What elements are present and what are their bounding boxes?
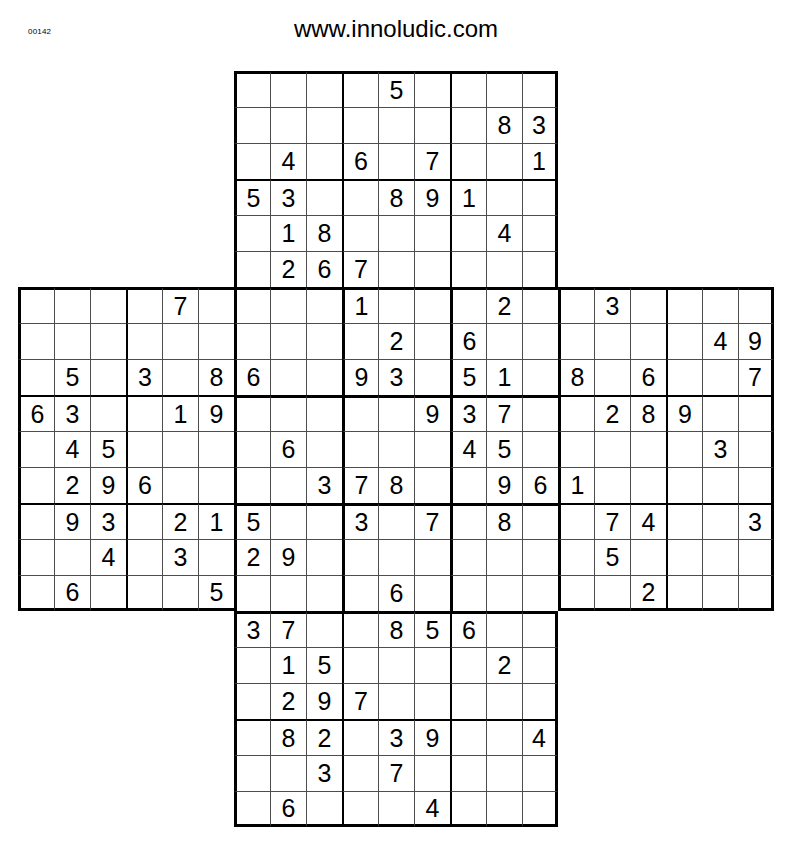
cell-r12-c12 — [450, 503, 486, 539]
outside-area — [54, 71, 90, 107]
cell-r12-c0 — [18, 503, 54, 539]
cell-r6-c16: 3 — [594, 287, 630, 323]
outside-area — [558, 611, 594, 647]
outside-area — [630, 143, 666, 179]
outside-area — [666, 683, 702, 719]
outside-area — [702, 71, 738, 107]
outside-area — [126, 179, 162, 215]
cell-r7-c13 — [486, 323, 522, 359]
cell-r13-c3 — [126, 539, 162, 575]
cell-r14-c20 — [738, 575, 774, 611]
cell-r4-c9 — [342, 215, 378, 251]
cell-r5-c12 — [450, 251, 486, 287]
cell-r9-c2 — [90, 395, 126, 431]
cell-r13-c10 — [378, 539, 414, 575]
cell-r17-c6 — [234, 683, 270, 719]
outside-area — [162, 719, 198, 755]
cell-r13-c7: 9 — [270, 539, 306, 575]
cell-r14-c8 — [306, 575, 342, 611]
outside-area — [126, 71, 162, 107]
outside-area — [558, 179, 594, 215]
outside-area — [630, 179, 666, 215]
cell-r8-c1: 5 — [54, 359, 90, 395]
outside-area — [90, 647, 126, 683]
cell-r12-c14 — [522, 503, 558, 539]
outside-area — [558, 143, 594, 179]
cell-r0-c14 — [522, 71, 558, 107]
cell-r20-c7: 6 — [270, 791, 306, 827]
cell-r16-c6 — [234, 647, 270, 683]
cell-r12-c5: 1 — [198, 503, 234, 539]
cell-r5-c10 — [378, 251, 414, 287]
cell-r6-c11 — [414, 287, 450, 323]
sudoku-board: 5834671538911842677123264953869351867631… — [18, 71, 774, 827]
cell-r2-c10 — [378, 143, 414, 179]
cell-r18-c9 — [342, 719, 378, 755]
outside-area — [702, 611, 738, 647]
cell-r8-c7 — [270, 359, 306, 395]
outside-area — [738, 683, 774, 719]
cell-r5-c6 — [234, 251, 270, 287]
outside-area — [702, 791, 738, 827]
outside-area — [198, 179, 234, 215]
cell-r19-c10: 7 — [378, 755, 414, 791]
cell-r10-c13: 5 — [486, 431, 522, 467]
cell-r20-c13 — [486, 791, 522, 827]
cell-r11-c12 — [450, 467, 486, 503]
cell-r10-c0 — [18, 431, 54, 467]
cell-r14-c19 — [702, 575, 738, 611]
cell-r7-c16 — [594, 323, 630, 359]
outside-area — [198, 71, 234, 107]
cell-r1-c7 — [270, 107, 306, 143]
cell-r12-c4: 2 — [162, 503, 198, 539]
cell-r20-c11: 4 — [414, 791, 450, 827]
cell-r14-c11 — [414, 575, 450, 611]
cell-r11-c4 — [162, 467, 198, 503]
cell-r14-c3 — [126, 575, 162, 611]
outside-area — [630, 683, 666, 719]
outside-area — [126, 611, 162, 647]
cell-r7-c2 — [90, 323, 126, 359]
cell-r16-c8: 5 — [306, 647, 342, 683]
cell-r8-c6: 6 — [234, 359, 270, 395]
cell-r4-c14 — [522, 215, 558, 251]
outside-area — [702, 179, 738, 215]
cell-r1-c11 — [414, 107, 450, 143]
cell-r7-c15 — [558, 323, 594, 359]
outside-area — [54, 107, 90, 143]
cell-r13-c15 — [558, 539, 594, 575]
cell-r11-c2: 9 — [90, 467, 126, 503]
cell-r6-c15 — [558, 287, 594, 323]
cell-r9-c7 — [270, 395, 306, 431]
outside-area — [666, 143, 702, 179]
cell-r13-c13 — [486, 539, 522, 575]
outside-area — [702, 719, 738, 755]
cell-r12-c16: 7 — [594, 503, 630, 539]
cell-r6-c4: 7 — [162, 287, 198, 323]
cell-r13-c6: 2 — [234, 539, 270, 575]
outside-area — [18, 791, 54, 827]
cell-r14-c1: 6 — [54, 575, 90, 611]
outside-area — [738, 755, 774, 791]
outside-area — [162, 611, 198, 647]
cell-r7-c11 — [414, 323, 450, 359]
cell-r5-c11 — [414, 251, 450, 287]
cell-r16-c9 — [342, 647, 378, 683]
cell-r17-c9: 7 — [342, 683, 378, 719]
cell-r8-c9: 9 — [342, 359, 378, 395]
cell-r4-c7: 1 — [270, 215, 306, 251]
cell-r13-c8 — [306, 539, 342, 575]
outside-area — [702, 251, 738, 287]
cell-r20-c14 — [522, 791, 558, 827]
cell-r10-c10 — [378, 431, 414, 467]
cell-r9-c10 — [378, 395, 414, 431]
outside-area — [162, 179, 198, 215]
cell-r0-c12 — [450, 71, 486, 107]
outside-area — [738, 179, 774, 215]
cell-r1-c10 — [378, 107, 414, 143]
cell-r15-c10: 8 — [378, 611, 414, 647]
cell-r6-c6 — [234, 287, 270, 323]
cell-r12-c9: 3 — [342, 503, 378, 539]
outside-area — [18, 71, 54, 107]
cell-r11-c18 — [666, 467, 702, 503]
cell-r17-c10 — [378, 683, 414, 719]
cell-r1-c9 — [342, 107, 378, 143]
cell-r6-c19 — [702, 287, 738, 323]
cell-r18-c6 — [234, 719, 270, 755]
cell-r8-c5: 8 — [198, 359, 234, 395]
cell-r13-c14 — [522, 539, 558, 575]
outside-area — [198, 791, 234, 827]
cell-r10-c4 — [162, 431, 198, 467]
outside-area — [558, 215, 594, 251]
cell-r11-c15: 1 — [558, 467, 594, 503]
cell-r12-c15 — [558, 503, 594, 539]
cell-r14-c6 — [234, 575, 270, 611]
outside-area — [54, 791, 90, 827]
cell-r13-c2: 4 — [90, 539, 126, 575]
cell-r8-c20: 7 — [738, 359, 774, 395]
outside-area — [162, 143, 198, 179]
cell-r8-c13: 1 — [486, 359, 522, 395]
cell-r9-c3 — [126, 395, 162, 431]
outside-area — [738, 791, 774, 827]
cell-r10-c9 — [342, 431, 378, 467]
cell-r8-c11 — [414, 359, 450, 395]
outside-area — [198, 647, 234, 683]
outside-area — [666, 251, 702, 287]
outside-area — [630, 71, 666, 107]
outside-area — [594, 251, 630, 287]
cell-r8-c0 — [18, 359, 54, 395]
cell-r10-c5 — [198, 431, 234, 467]
outside-area — [54, 611, 90, 647]
outside-area — [630, 719, 666, 755]
cell-r2-c14: 1 — [522, 143, 558, 179]
outside-area — [90, 143, 126, 179]
cell-r11-c1: 2 — [54, 467, 90, 503]
cell-r17-c7: 2 — [270, 683, 306, 719]
outside-area — [738, 143, 774, 179]
cell-r13-c9 — [342, 539, 378, 575]
outside-area — [162, 755, 198, 791]
cell-r6-c10 — [378, 287, 414, 323]
cell-r15-c13 — [486, 611, 522, 647]
cell-r8-c8 — [306, 359, 342, 395]
cell-r16-c12 — [450, 647, 486, 683]
cell-r17-c11 — [414, 683, 450, 719]
outside-area — [18, 215, 54, 251]
cell-r14-c5: 5 — [198, 575, 234, 611]
cell-r14-c18 — [666, 575, 702, 611]
cell-r3-c10: 8 — [378, 179, 414, 215]
cell-r2-c9: 6 — [342, 143, 378, 179]
cell-r13-c18 — [666, 539, 702, 575]
cell-r10-c11 — [414, 431, 450, 467]
cell-r19-c6 — [234, 755, 270, 791]
outside-area — [702, 683, 738, 719]
outside-area — [162, 791, 198, 827]
outside-area — [558, 791, 594, 827]
outside-area — [702, 143, 738, 179]
cell-r16-c11 — [414, 647, 450, 683]
outside-area — [90, 755, 126, 791]
cell-r19-c14 — [522, 755, 558, 791]
cell-r9-c5: 9 — [198, 395, 234, 431]
cell-r19-c9 — [342, 755, 378, 791]
cell-r8-c16 — [594, 359, 630, 395]
outside-area — [18, 251, 54, 287]
cell-r12-c20: 3 — [738, 503, 774, 539]
cell-r10-c19: 3 — [702, 431, 738, 467]
cell-r11-c5 — [198, 467, 234, 503]
cell-r7-c12: 6 — [450, 323, 486, 359]
outside-area — [18, 611, 54, 647]
cell-r14-c14 — [522, 575, 558, 611]
cell-r15-c7: 7 — [270, 611, 306, 647]
cell-r3-c7: 3 — [270, 179, 306, 215]
outside-area — [702, 215, 738, 251]
cell-r20-c8 — [306, 791, 342, 827]
outside-area — [738, 647, 774, 683]
outside-area — [594, 647, 630, 683]
cell-r0-c7 — [270, 71, 306, 107]
cell-r5-c13 — [486, 251, 522, 287]
cell-r7-c6 — [234, 323, 270, 359]
cell-r6-c8 — [306, 287, 342, 323]
outside-area — [90, 215, 126, 251]
cell-r11-c8: 3 — [306, 467, 342, 503]
cell-r11-c6 — [234, 467, 270, 503]
cell-r12-c19 — [702, 503, 738, 539]
cell-r17-c8: 9 — [306, 683, 342, 719]
outside-area — [558, 251, 594, 287]
cell-r4-c13: 4 — [486, 215, 522, 251]
cell-r3-c13 — [486, 179, 522, 215]
cell-r16-c10 — [378, 647, 414, 683]
outside-area — [630, 107, 666, 143]
cell-r10-c3 — [126, 431, 162, 467]
outside-area — [126, 143, 162, 179]
outside-area — [630, 647, 666, 683]
outside-area — [90, 71, 126, 107]
cell-r2-c8 — [306, 143, 342, 179]
outside-area — [738, 215, 774, 251]
outside-area — [198, 107, 234, 143]
cell-r17-c13 — [486, 683, 522, 719]
cell-r15-c8 — [306, 611, 342, 647]
cell-r11-c11 — [414, 467, 450, 503]
outside-area — [738, 107, 774, 143]
outside-area — [630, 215, 666, 251]
outside-area — [90, 611, 126, 647]
cell-r10-c7: 6 — [270, 431, 306, 467]
outside-area — [630, 251, 666, 287]
cell-r18-c11: 9 — [414, 719, 450, 755]
outside-area — [594, 179, 630, 215]
outside-area — [666, 71, 702, 107]
cell-r11-c17 — [630, 467, 666, 503]
outside-area — [126, 647, 162, 683]
cell-r10-c15 — [558, 431, 594, 467]
cell-r14-c16 — [594, 575, 630, 611]
outside-area — [594, 719, 630, 755]
cell-r7-c8 — [306, 323, 342, 359]
outside-area — [558, 755, 594, 791]
cell-r13-c16: 5 — [594, 539, 630, 575]
outside-area — [54, 215, 90, 251]
cell-r15-c14 — [522, 611, 558, 647]
cell-r2-c12 — [450, 143, 486, 179]
cell-r8-c14 — [522, 359, 558, 395]
outside-area — [162, 107, 198, 143]
outside-area — [594, 755, 630, 791]
cell-r6-c12 — [450, 287, 486, 323]
outside-area — [18, 683, 54, 719]
outside-area — [90, 683, 126, 719]
outside-area — [630, 755, 666, 791]
cell-r14-c12 — [450, 575, 486, 611]
outside-area — [666, 791, 702, 827]
outside-area — [558, 71, 594, 107]
cell-r18-c14: 4 — [522, 719, 558, 755]
outside-area — [558, 107, 594, 143]
cell-r17-c12 — [450, 683, 486, 719]
cell-r12-c3 — [126, 503, 162, 539]
cell-r15-c12: 6 — [450, 611, 486, 647]
cell-r14-c4 — [162, 575, 198, 611]
cell-r18-c7: 8 — [270, 719, 306, 755]
outside-area — [90, 179, 126, 215]
cell-r9-c11: 9 — [414, 395, 450, 431]
outside-area — [594, 611, 630, 647]
outside-area — [198, 611, 234, 647]
cell-r8-c15: 8 — [558, 359, 594, 395]
cell-r6-c7 — [270, 287, 306, 323]
outside-area — [198, 143, 234, 179]
outside-area — [126, 791, 162, 827]
cell-r13-c4: 3 — [162, 539, 198, 575]
outside-area — [18, 143, 54, 179]
outside-area — [594, 215, 630, 251]
outside-area — [162, 251, 198, 287]
cell-r11-c10: 8 — [378, 467, 414, 503]
outside-area — [54, 647, 90, 683]
cell-r9-c13: 7 — [486, 395, 522, 431]
cell-r11-c19 — [702, 467, 738, 503]
cell-r2-c13 — [486, 143, 522, 179]
outside-area — [54, 719, 90, 755]
cell-r7-c9 — [342, 323, 378, 359]
cell-r17-c14 — [522, 683, 558, 719]
cell-r0-c8 — [306, 71, 342, 107]
cell-r2-c6 — [234, 143, 270, 179]
cell-r8-c18 — [666, 359, 702, 395]
outside-area — [18, 647, 54, 683]
cell-r7-c3 — [126, 323, 162, 359]
cell-r19-c12 — [450, 755, 486, 791]
cell-r3-c11: 9 — [414, 179, 450, 215]
cell-r12-c1: 9 — [54, 503, 90, 539]
cell-r20-c6 — [234, 791, 270, 827]
cell-r10-c16 — [594, 431, 630, 467]
cell-r13-c0 — [18, 539, 54, 575]
cell-r18-c13 — [486, 719, 522, 755]
cell-r15-c11: 5 — [414, 611, 450, 647]
outside-area — [126, 251, 162, 287]
cell-r9-c12: 3 — [450, 395, 486, 431]
site-title: www.innoludic.com — [0, 15, 792, 43]
cell-r6-c18 — [666, 287, 702, 323]
cell-r10-c1: 4 — [54, 431, 90, 467]
outside-area — [738, 251, 774, 287]
cell-r14-c13 — [486, 575, 522, 611]
outside-area — [90, 791, 126, 827]
cell-r14-c10: 6 — [378, 575, 414, 611]
cell-r3-c9 — [342, 179, 378, 215]
cell-r9-c15 — [558, 395, 594, 431]
outside-area — [198, 755, 234, 791]
outside-area — [126, 215, 162, 251]
cell-r12-c17: 4 — [630, 503, 666, 539]
cell-r8-c17: 6 — [630, 359, 666, 395]
cell-r4-c11 — [414, 215, 450, 251]
outside-area — [54, 143, 90, 179]
cell-r18-c10: 3 — [378, 719, 414, 755]
outside-area — [702, 107, 738, 143]
outside-area — [18, 107, 54, 143]
cell-r11-c16 — [594, 467, 630, 503]
outside-area — [162, 683, 198, 719]
cell-r12-c18 — [666, 503, 702, 539]
outside-area — [198, 215, 234, 251]
cell-r11-c0 — [18, 467, 54, 503]
cell-r9-c4: 1 — [162, 395, 198, 431]
cell-r11-c13: 9 — [486, 467, 522, 503]
outside-area — [630, 611, 666, 647]
outside-area — [198, 683, 234, 719]
outside-area — [594, 791, 630, 827]
cell-r7-c4 — [162, 323, 198, 359]
outside-area — [594, 71, 630, 107]
cell-r0-c9 — [342, 71, 378, 107]
cell-r8-c3: 3 — [126, 359, 162, 395]
cell-r16-c14 — [522, 647, 558, 683]
